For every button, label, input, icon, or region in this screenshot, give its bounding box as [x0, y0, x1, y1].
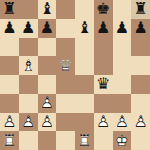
- square-g6[interactable]: [113, 38, 132, 57]
- square-h6[interactable]: [131, 38, 150, 57]
- square-a1[interactable]: ♜♖: [0, 131, 19, 150]
- square-d8[interactable]: [56, 0, 75, 19]
- black-pawn[interactable]: ♟: [113, 19, 132, 38]
- black-rook[interactable]: ♜: [0, 0, 19, 19]
- black-rook[interactable]: ♜: [131, 0, 150, 19]
- square-h2[interactable]: ♟♙: [131, 113, 150, 132]
- square-g5[interactable]: [113, 56, 132, 75]
- square-g3[interactable]: [113, 94, 132, 113]
- square-f7[interactable]: ♟: [94, 19, 113, 38]
- square-e2[interactable]: [75, 113, 94, 132]
- square-h4[interactable]: [131, 75, 150, 94]
- square-h3[interactable]: [131, 94, 150, 113]
- black-bishop[interactable]: ♝: [38, 0, 57, 19]
- white-pawn[interactable]: ♙: [0, 113, 19, 132]
- square-c4[interactable]: [38, 75, 57, 94]
- square-f8[interactable]: ♚: [94, 0, 113, 19]
- square-b3[interactable]: [19, 94, 38, 113]
- black-king[interactable]: ♚: [94, 0, 113, 19]
- square-d7[interactable]: [56, 19, 75, 38]
- square-b5[interactable]: ♝♗: [19, 56, 38, 75]
- square-h7[interactable]: ♟: [131, 19, 150, 38]
- square-a5[interactable]: [0, 56, 19, 75]
- black-queen[interactable]: ♛: [94, 75, 113, 94]
- square-f5[interactable]: [94, 56, 113, 75]
- white-bishop[interactable]: ♗: [19, 56, 38, 75]
- square-d1[interactable]: [56, 131, 75, 150]
- square-g2[interactable]: ♟♙: [113, 113, 132, 132]
- white-pawn[interactable]: ♙: [38, 94, 57, 113]
- white-pawn[interactable]: ♙: [113, 113, 132, 132]
- square-h1[interactable]: [131, 131, 150, 150]
- square-f1[interactable]: [94, 131, 113, 150]
- black-bishop[interactable]: ♝: [75, 19, 94, 38]
- square-h5[interactable]: [131, 56, 150, 75]
- black-pawn[interactable]: ♟: [94, 19, 113, 38]
- square-c3[interactable]: ♟♙: [38, 94, 57, 113]
- black-pawn[interactable]: ♟: [38, 19, 57, 38]
- square-a4[interactable]: [0, 75, 19, 94]
- square-e3[interactable]: [75, 94, 94, 113]
- white-queen[interactable]: ♕: [56, 56, 75, 75]
- square-f3[interactable]: [94, 94, 113, 113]
- white-pawn[interactable]: ♙: [94, 113, 113, 132]
- black-pawn[interactable]: ♟: [19, 19, 38, 38]
- white-king[interactable]: ♔: [113, 131, 132, 150]
- black-pawn[interactable]: ♟: [0, 19, 19, 38]
- square-g8[interactable]: [113, 0, 132, 19]
- chess-board: ♜♝♚♜♟♟♟♝♟♟♟♝♗♛♕♛♟♙♟♙♟♙♟♙♟♙♟♙♟♙♜♖♜♖♚♔: [0, 0, 150, 150]
- square-e7[interactable]: ♝: [75, 19, 94, 38]
- square-g1[interactable]: ♚♔: [113, 131, 132, 150]
- square-a2[interactable]: ♟♙: [0, 113, 19, 132]
- square-b7[interactable]: ♟: [19, 19, 38, 38]
- square-d4[interactable]: [56, 75, 75, 94]
- square-b4[interactable]: [19, 75, 38, 94]
- square-d3[interactable]: [56, 94, 75, 113]
- square-c7[interactable]: ♟: [38, 19, 57, 38]
- square-c6[interactable]: [38, 38, 57, 57]
- white-rook[interactable]: ♖: [75, 131, 94, 150]
- square-a7[interactable]: ♟: [0, 19, 19, 38]
- square-h8[interactable]: ♜: [131, 0, 150, 19]
- white-pawn[interactable]: ♙: [19, 113, 38, 132]
- white-pawn[interactable]: ♙: [131, 113, 150, 132]
- square-c8[interactable]: ♝: [38, 0, 57, 19]
- square-c5[interactable]: [38, 56, 57, 75]
- square-g7[interactable]: ♟: [113, 19, 132, 38]
- square-d2[interactable]: [56, 113, 75, 132]
- square-a3[interactable]: [0, 94, 19, 113]
- square-f6[interactable]: [94, 38, 113, 57]
- square-d5[interactable]: ♛♕: [56, 56, 75, 75]
- black-pawn[interactable]: ♟: [131, 19, 150, 38]
- square-c2[interactable]: ♟♙: [38, 113, 57, 132]
- square-d6[interactable]: [56, 38, 75, 57]
- square-c1[interactable]: [38, 131, 57, 150]
- square-e4[interactable]: [75, 75, 94, 94]
- square-b2[interactable]: ♟♙: [19, 113, 38, 132]
- square-b6[interactable]: [19, 38, 38, 57]
- square-e6[interactable]: [75, 38, 94, 57]
- square-a6[interactable]: [0, 38, 19, 57]
- white-rook[interactable]: ♖: [0, 131, 19, 150]
- square-f2[interactable]: ♟♙: [94, 113, 113, 132]
- square-e1[interactable]: ♜♖: [75, 131, 94, 150]
- square-e8[interactable]: [75, 0, 94, 19]
- square-b8[interactable]: [19, 0, 38, 19]
- square-b1[interactable]: [19, 131, 38, 150]
- square-g4[interactable]: [113, 75, 132, 94]
- square-e5[interactable]: [75, 56, 94, 75]
- square-f4[interactable]: ♛: [94, 75, 113, 94]
- square-a8[interactable]: ♜: [0, 0, 19, 19]
- white-pawn[interactable]: ♙: [38, 113, 57, 132]
